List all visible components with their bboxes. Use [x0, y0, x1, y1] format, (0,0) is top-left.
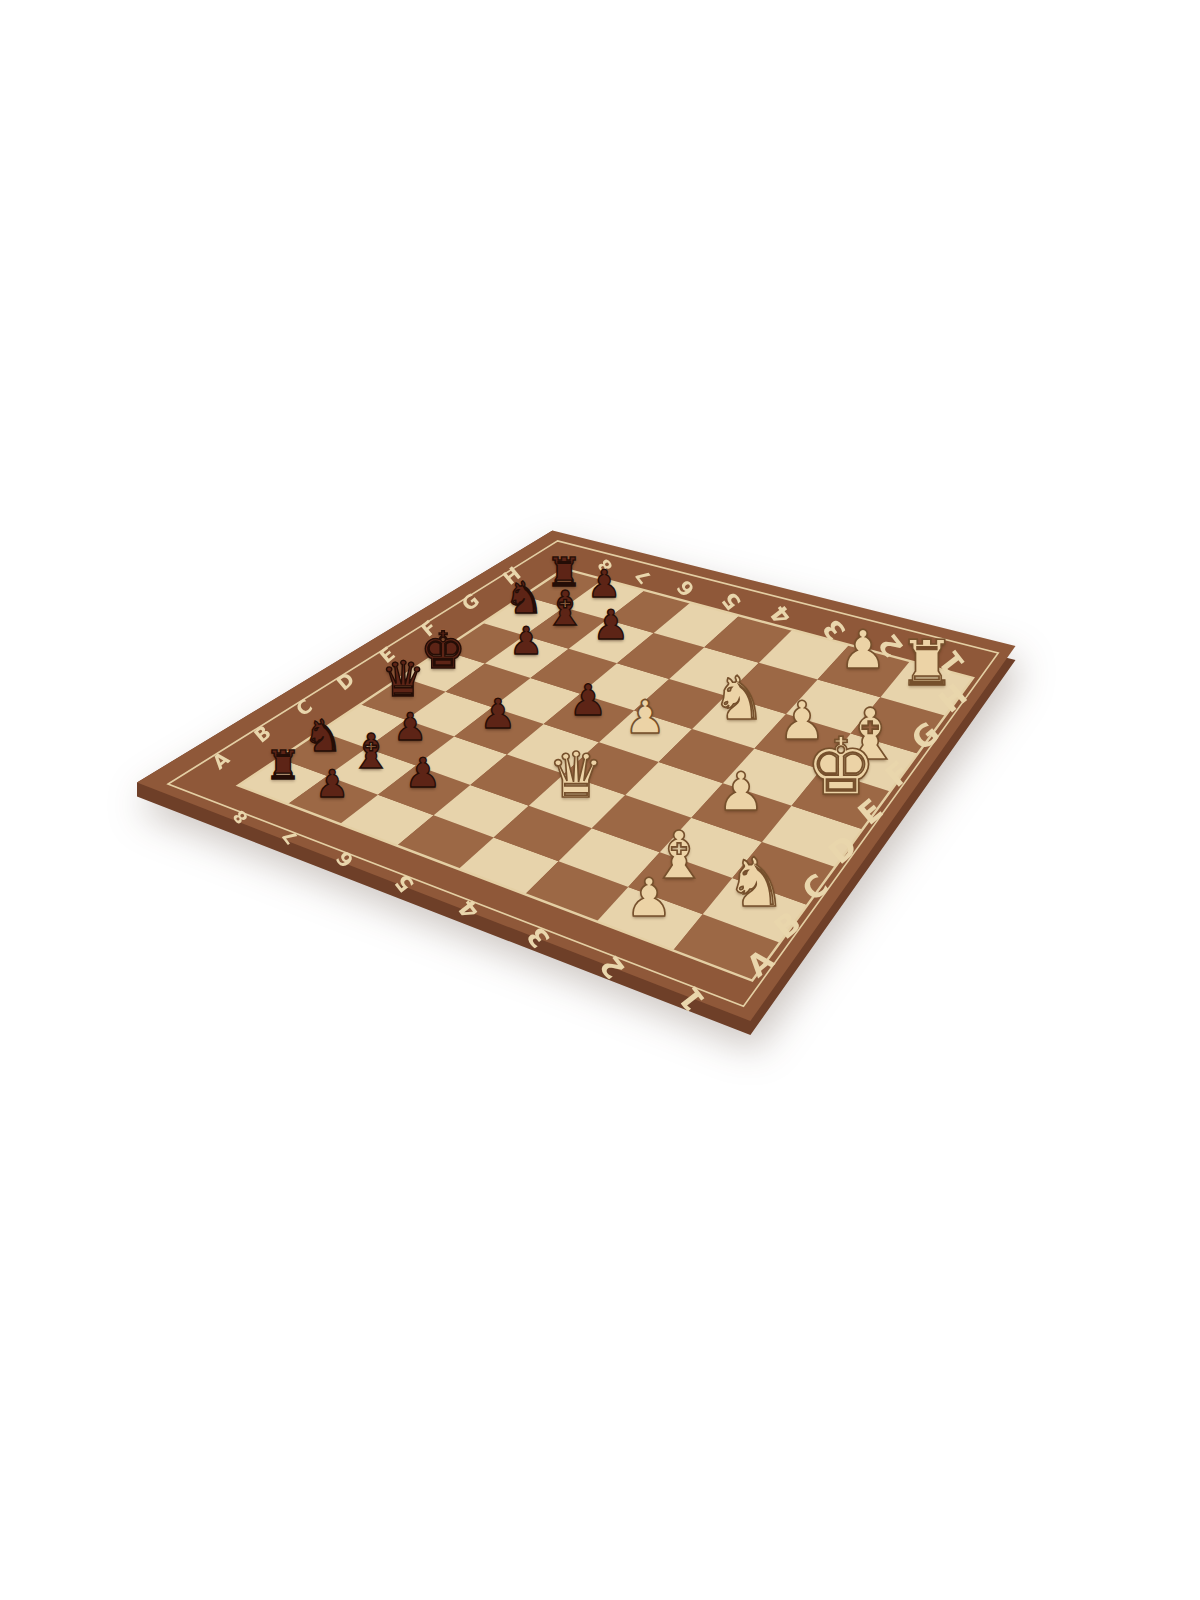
- chess-board-photo: 8877665544332211AABBCCDDEEFFGGHH ♜♞♛♚♞♜♟…: [0, 0, 1200, 1600]
- chess-board: 8877665544332211AABBCCDDEEFFGGHH: [0, 0, 1200, 1600]
